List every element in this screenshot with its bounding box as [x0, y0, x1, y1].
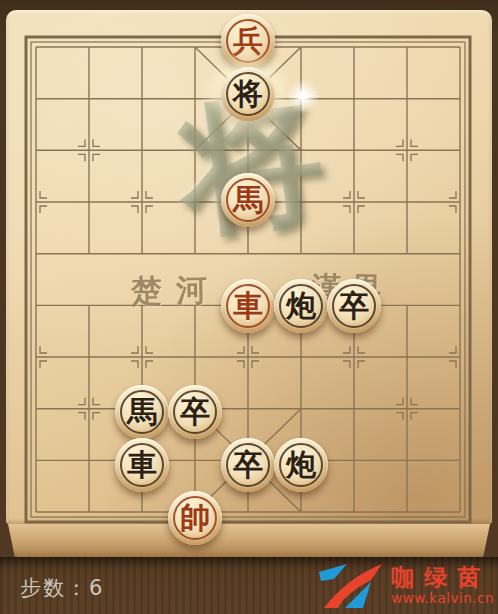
move-counter: 步数：6	[20, 574, 104, 602]
sparkle-effect	[285, 78, 321, 114]
piece-char: 炮	[274, 438, 328, 492]
piece-black-chariot[interactable]: 車	[115, 438, 169, 492]
piece-black-soldier[interactable]: 卒	[221, 438, 275, 492]
piece-black-soldier[interactable]: 卒	[168, 385, 222, 439]
piece-black-cannon[interactable]: 炮	[274, 438, 328, 492]
piece-char: 車	[221, 279, 275, 333]
piece-char: 馬	[115, 385, 169, 439]
piece-char: 卒	[168, 385, 222, 439]
logo-text: 咖绿茵	[391, 565, 490, 590]
piece-char: 炮	[274, 279, 328, 333]
piece-black-soldier[interactable]: 卒	[327, 279, 381, 333]
game-screen: 楚 河 漢 界 将 兵将馬車炮卒馬卒車卒炮帥 步数：6 咖绿茵 www.kalv…	[0, 0, 498, 614]
piece-char: 兵	[221, 14, 275, 68]
piece-black-cannon[interactable]: 炮	[274, 279, 328, 333]
logo-texts: 咖绿茵 www.kalvin.cn	[391, 565, 494, 605]
river-label-chu-he: 楚 河	[131, 269, 208, 312]
piece-char: 将	[221, 67, 275, 121]
move-count-label: 步数：	[20, 576, 89, 600]
move-count-value: 6	[89, 576, 104, 600]
piece-char: 車	[115, 438, 169, 492]
logo-url: www.kalvin.cn	[391, 591, 494, 606]
site-watermark: 咖绿茵 www.kalvin.cn	[318, 563, 494, 608]
piece-char: 馬	[221, 173, 275, 227]
piece-black-general[interactable]: 将	[221, 67, 275, 121]
status-bar: 步数：6 咖绿茵 www.kalvin.cn	[0, 557, 498, 614]
piece-char: 帥	[168, 491, 222, 545]
piece-char: 卒	[221, 438, 275, 492]
piece-red-soldier[interactable]: 兵	[221, 14, 275, 68]
kalvin-logo-icon	[318, 563, 384, 608]
piece-red-general[interactable]: 帥	[168, 491, 222, 545]
piece-red-horse[interactable]: 馬	[221, 173, 275, 227]
river-char: 河	[176, 269, 208, 312]
piece-red-chariot[interactable]: 車	[221, 279, 275, 333]
piece-black-horse[interactable]: 馬	[115, 385, 169, 439]
piece-char: 卒	[327, 279, 381, 333]
river-char: 楚	[131, 270, 163, 313]
